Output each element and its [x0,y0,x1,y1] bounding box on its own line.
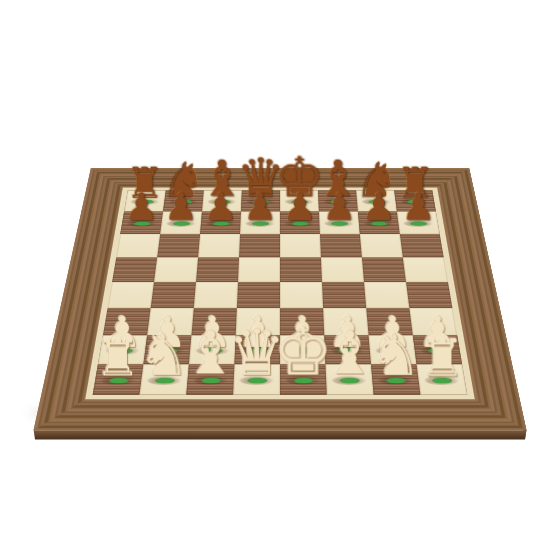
square-e6[interactable] [280,234,321,257]
square-g1[interactable]: ♞ [371,364,420,395]
board-front-edge [34,430,527,439]
square-h6[interactable] [400,234,444,257]
square-d5[interactable] [238,257,280,282]
black-pawn-e7[interactable]: ♟ [283,188,317,226]
white-king-e1[interactable]: ♚ [273,318,332,384]
black-pawn-g7[interactable]: ♟ [362,188,396,226]
square-c6[interactable] [198,234,240,257]
square-a6[interactable] [116,234,160,257]
square-d6[interactable] [239,234,280,257]
white-knight-g1[interactable]: ♞ [370,326,421,383]
square-a7[interactable]: ♟ [120,212,163,234]
square-h4[interactable] [406,282,452,308]
square-g4[interactable] [364,282,409,308]
square-f7[interactable]: ♟ [319,212,360,234]
white-rook-a1[interactable]: ♜ [95,333,141,384]
square-c7[interactable]: ♟ [200,212,241,234]
square-f5[interactable] [321,257,364,282]
square-e1[interactable]: ♚ [280,364,327,395]
white-knight-b1[interactable]: ♞ [138,326,189,383]
square-c4[interactable] [194,282,238,308]
square-b6[interactable] [157,234,200,257]
square-d4[interactable] [237,282,280,308]
square-e5[interactable] [280,257,322,282]
photo-canvas: ♜♞♝♛♚♝♞♜♟♟♟♟♟♟♟♟♟♟♟♟♟♟♟♟♜♞♝♛♚♝♞♜ [0,0,533,533]
black-pawn-f7[interactable]: ♟ [322,188,356,226]
black-pawn-c7[interactable]: ♟ [204,188,238,226]
board-frame-bottom [34,399,527,430]
square-a1[interactable]: ♜ [93,364,144,395]
square-h7[interactable]: ♟ [397,212,440,234]
white-rook-h1[interactable]: ♜ [419,333,465,384]
square-d7[interactable]: ♟ [240,212,280,234]
black-pawn-a7[interactable]: ♟ [125,188,159,226]
square-h5[interactable] [403,257,448,282]
black-pawn-b7[interactable]: ♟ [164,188,198,226]
square-h1[interactable]: ♜ [417,364,468,395]
square-c5[interactable] [196,257,239,282]
square-g5[interactable] [362,257,406,282]
square-f6[interactable] [320,234,362,257]
chess-board: ♜♞♝♛♚♝♞♜♟♟♟♟♟♟♟♟♟♟♟♟♟♟♟♟♜♞♝♛♚♝♞♜ [34,168,527,430]
square-a4[interactable] [108,282,154,308]
square-b4[interactable] [151,282,196,308]
square-g6[interactable] [360,234,403,257]
square-b1[interactable]: ♞ [139,364,188,395]
board-grid: ♜♞♝♛♚♝♞♜♟♟♟♟♟♟♟♟♟♟♟♟♟♟♟♟♜♞♝♛♚♝♞♜ [85,187,475,399]
square-e7[interactable]: ♟ [280,212,320,234]
black-pawn-d7[interactable]: ♟ [243,188,277,226]
square-g7[interactable]: ♟ [358,212,400,234]
square-e4[interactable] [280,282,323,308]
black-pawn-h7[interactable]: ♟ [402,188,436,226]
square-f4[interactable] [322,282,366,308]
square-b7[interactable]: ♟ [160,212,202,234]
square-a5[interactable] [112,257,157,282]
square-b5[interactable] [154,257,198,282]
